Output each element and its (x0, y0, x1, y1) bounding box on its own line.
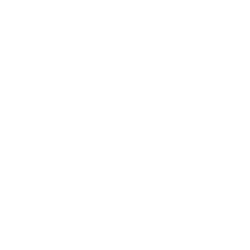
chess-board (0, 0, 250, 250)
